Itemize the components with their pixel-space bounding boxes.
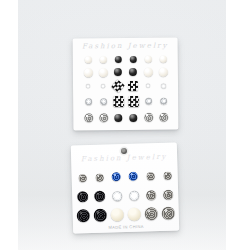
earring-stud-pearl: [144, 56, 151, 63]
earring-stud-pearl: [99, 56, 106, 63]
earring-stud-crystal-ring: [129, 190, 139, 200]
earring-stud-checker: [113, 96, 124, 107]
stud-row: [80, 78, 170, 95]
earring-stud-glitter-gray: [146, 172, 154, 180]
earring-stud-pearl: [158, 67, 167, 76]
earring-stud-glitter-black: [77, 209, 90, 222]
earring-stud-black-gloss: [114, 56, 121, 63]
earring-card-top: Fashion Jewelry: [73, 38, 179, 131]
earring-stud-glitter-silver: [159, 113, 168, 122]
earring-stud-crystal-ring: [112, 191, 122, 201]
earring-stud-tiny-crystal: [160, 83, 165, 88]
earring-stud-tiny-crystal: [146, 84, 150, 88]
earring-stud-rhinestone: [145, 98, 152, 105]
earring-stud-black-gloss: [114, 114, 122, 122]
earring-stud-glitter-black: [94, 209, 107, 222]
earring-stud-pearl: [84, 56, 91, 63]
earring-stud-pearl: [83, 68, 92, 77]
earring-stud-glitter-gray: [163, 171, 171, 179]
stud-row: [80, 66, 170, 79]
earring-stud-checker: [128, 96, 139, 107]
earring-stud-glitter-gray: [146, 190, 156, 200]
earring-stud-glitter-blue: [112, 172, 121, 181]
earring-stud-rhinestone: [160, 98, 167, 105]
earring-stud-cream: [128, 208, 141, 221]
earring-stud-glitter-gray: [78, 174, 86, 182]
stud-row: [80, 53, 170, 67]
earring-stud-glitter-black: [94, 191, 105, 202]
stud-grid-top: [73, 52, 179, 127]
earring-stud-glitter-gray: [163, 189, 173, 199]
earring-stud-glitter-gray: [162, 207, 175, 220]
earring-stud-tiny-crystal: [86, 84, 90, 88]
earring-stud-glitter-silver: [144, 113, 153, 122]
earring-stud-glitter-gray: [145, 207, 158, 220]
origin-label: MADE IN CHINA: [90, 224, 162, 230]
earring-stud-glitter-black: [77, 191, 88, 202]
earring-stud-checker-tilt: [111, 79, 125, 93]
earring-stud-rhinestone: [100, 98, 107, 105]
photo-background: Fashion Jewelry Fashion Jewelry MADE IN …: [18, 0, 226, 250]
earring-stud-glitter-silver: [99, 113, 108, 122]
earring-stud-cream: [111, 208, 124, 221]
stud-grid-bottom: [71, 163, 179, 226]
earring-stud-rhinestone: [85, 98, 92, 105]
earring-stud-checker: [128, 81, 138, 91]
stud-row: [81, 109, 171, 127]
earring-stud-glitter-silver: [84, 113, 93, 122]
earring-stud-glitter-gray: [95, 173, 103, 181]
stud-row: [81, 94, 171, 110]
stud-row: [74, 204, 176, 226]
earring-stud-black-gloss: [129, 68, 137, 76]
earring-stud-pearl: [98, 68, 107, 77]
earring-stud-black-gloss: [129, 56, 136, 63]
earring-stud-black-gloss: [114, 68, 122, 76]
earring-stud-pearl: [143, 67, 152, 76]
earring-card-bottom: Fashion Jewelry MADE IN CHINA: [71, 143, 179, 234]
earring-stud-black-gloss: [129, 113, 137, 121]
earring-stud-glitter-blue: [129, 172, 138, 181]
earring-stud-tiny-crystal: [101, 84, 105, 88]
earring-stud-pearl: [159, 56, 166, 63]
